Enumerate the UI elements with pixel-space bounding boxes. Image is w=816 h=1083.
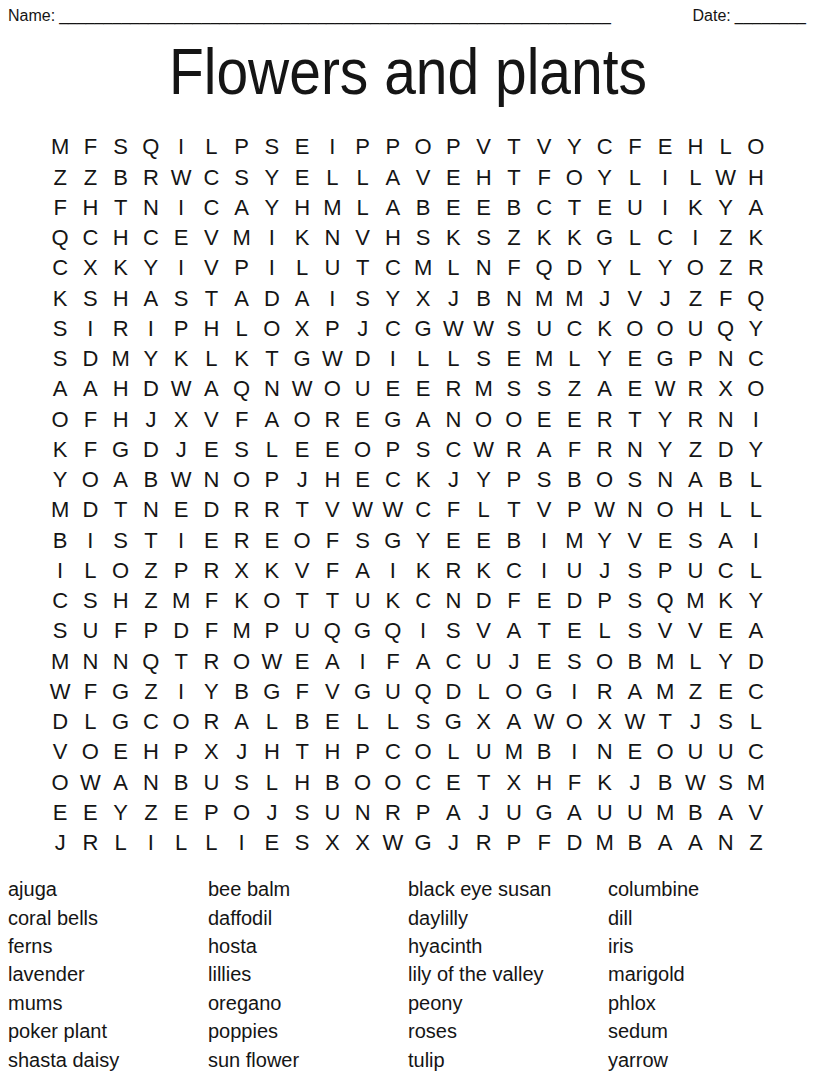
grid-cell[interactable]: Q bbox=[711, 314, 741, 344]
grid-cell[interactable]: Q bbox=[136, 646, 166, 676]
grid-cell[interactable]: O bbox=[227, 798, 257, 828]
grid-cell[interactable]: E bbox=[317, 707, 347, 737]
grid-cell[interactable]: E bbox=[438, 193, 468, 223]
grid-cell[interactable]: D bbox=[559, 253, 589, 283]
grid-cell[interactable]: O bbox=[75, 737, 105, 767]
grid-cell[interactable]: O bbox=[106, 556, 136, 586]
grid-cell[interactable]: Z bbox=[680, 677, 710, 707]
grid-cell[interactable]: I bbox=[378, 344, 408, 374]
grid-cell[interactable]: A bbox=[499, 616, 529, 646]
grid-cell[interactable]: G bbox=[408, 828, 438, 858]
grid-cell[interactable]: L bbox=[469, 495, 499, 525]
grid-cell[interactable]: C bbox=[196, 193, 226, 223]
grid-cell[interactable]: D bbox=[196, 495, 226, 525]
grid-cell[interactable]: K bbox=[287, 223, 317, 253]
grid-cell[interactable]: S bbox=[620, 465, 650, 495]
grid-cell[interactable]: A bbox=[227, 193, 257, 223]
grid-cell[interactable]: V bbox=[650, 616, 680, 646]
grid-cell[interactable]: U bbox=[196, 767, 226, 797]
grid-cell[interactable]: K bbox=[559, 223, 589, 253]
grid-cell[interactable]: O bbox=[741, 132, 771, 162]
grid-cell[interactable]: K bbox=[227, 586, 257, 616]
grid-cell[interactable]: L bbox=[257, 707, 287, 737]
grid-cell[interactable]: Z bbox=[680, 435, 710, 465]
grid-cell[interactable]: K bbox=[741, 223, 771, 253]
grid-cell[interactable]: O bbox=[590, 646, 620, 676]
grid-cell[interactable]: U bbox=[378, 677, 408, 707]
grid-cell[interactable]: R bbox=[257, 495, 287, 525]
grid-cell[interactable]: Y bbox=[711, 646, 741, 676]
grid-cell[interactable]: Y bbox=[257, 193, 287, 223]
grid-cell[interactable]: V bbox=[680, 616, 710, 646]
grid-cell[interactable]: N bbox=[136, 193, 166, 223]
grid-cell[interactable]: J bbox=[680, 707, 710, 737]
grid-cell[interactable]: A bbox=[711, 525, 741, 555]
grid-cell[interactable]: B bbox=[287, 707, 317, 737]
grid-cell[interactable]: A bbox=[590, 374, 620, 404]
grid-cell[interactable]: Z bbox=[499, 223, 529, 253]
grid-cell[interactable]: H bbox=[529, 767, 559, 797]
grid-cell[interactable]: E bbox=[559, 404, 589, 434]
grid-cell[interactable]: X bbox=[469, 707, 499, 737]
grid-cell[interactable]: B bbox=[650, 767, 680, 797]
grid-cell[interactable]: N bbox=[590, 737, 620, 767]
grid-cell[interactable]: O bbox=[166, 707, 196, 737]
grid-cell[interactable]: V bbox=[45, 737, 75, 767]
grid-cell[interactable]: G bbox=[378, 404, 408, 434]
grid-cell[interactable]: E bbox=[166, 798, 196, 828]
grid-cell[interactable]: E bbox=[287, 435, 317, 465]
grid-cell[interactable]: F bbox=[559, 435, 589, 465]
grid-cell[interactable]: X bbox=[227, 556, 257, 586]
grid-cell[interactable]: Z bbox=[75, 162, 105, 192]
grid-cell[interactable]: W bbox=[650, 374, 680, 404]
grid-cell[interactable]: P bbox=[499, 828, 529, 858]
grid-cell[interactable]: P bbox=[680, 344, 710, 374]
grid-cell[interactable]: L bbox=[257, 767, 287, 797]
grid-cell[interactable]: A bbox=[378, 162, 408, 192]
grid-cell[interactable]: W bbox=[529, 707, 559, 737]
grid-cell[interactable]: A bbox=[378, 193, 408, 223]
grid-cell[interactable]: H bbox=[196, 314, 226, 344]
grid-cell[interactable]: I bbox=[559, 737, 589, 767]
grid-cell[interactable]: P bbox=[650, 556, 680, 586]
grid-cell[interactable]: U bbox=[469, 646, 499, 676]
grid-cell[interactable]: A bbox=[741, 193, 771, 223]
grid-cell[interactable]: E bbox=[620, 737, 650, 767]
grid-cell[interactable]: F bbox=[620, 132, 650, 162]
grid-cell[interactable]: U bbox=[348, 374, 378, 404]
grid-cell[interactable]: P bbox=[590, 586, 620, 616]
grid-cell[interactable]: S bbox=[257, 132, 287, 162]
grid-cell[interactable]: A bbox=[227, 707, 257, 737]
grid-cell[interactable]: T bbox=[529, 616, 559, 646]
grid-cell[interactable]: A bbox=[227, 283, 257, 313]
grid-cell[interactable]: D bbox=[438, 677, 468, 707]
grid-cell[interactable]: C bbox=[408, 586, 438, 616]
grid-cell[interactable]: A bbox=[106, 465, 136, 495]
grid-cell[interactable]: B bbox=[620, 828, 650, 858]
grid-cell[interactable]: O bbox=[408, 737, 438, 767]
grid-cell[interactable]: S bbox=[469, 223, 499, 253]
grid-cell[interactable]: U bbox=[287, 616, 317, 646]
grid-cell[interactable]: F bbox=[196, 586, 226, 616]
grid-cell[interactable]: O bbox=[45, 767, 75, 797]
grid-cell[interactable]: F bbox=[227, 404, 257, 434]
grid-cell[interactable]: E bbox=[469, 525, 499, 555]
grid-cell[interactable]: P bbox=[227, 253, 257, 283]
grid-cell[interactable]: W bbox=[75, 767, 105, 797]
grid-cell[interactable]: O bbox=[650, 314, 680, 344]
grid-cell[interactable]: M bbox=[166, 586, 196, 616]
grid-cell[interactable]: B bbox=[711, 465, 741, 495]
grid-cell[interactable]: O bbox=[650, 737, 680, 767]
grid-cell[interactable]: N bbox=[711, 344, 741, 374]
grid-cell[interactable]: P bbox=[136, 616, 166, 646]
grid-cell[interactable]: E bbox=[529, 646, 559, 676]
grid-cell[interactable]: B bbox=[620, 646, 650, 676]
grid-cell[interactable]: P bbox=[166, 737, 196, 767]
grid-cell[interactable]: H bbox=[257, 737, 287, 767]
grid-cell[interactable]: T bbox=[499, 495, 529, 525]
grid-cell[interactable]: N bbox=[650, 465, 680, 495]
grid-cell[interactable]: U bbox=[680, 556, 710, 586]
grid-cell[interactable]: O bbox=[680, 253, 710, 283]
grid-cell[interactable]: M bbox=[45, 646, 75, 676]
grid-cell[interactable]: C bbox=[378, 465, 408, 495]
grid-cell[interactable]: X bbox=[196, 737, 226, 767]
grid-cell[interactable]: P bbox=[317, 314, 347, 344]
grid-cell[interactable]: N bbox=[711, 404, 741, 434]
grid-cell[interactable]: W bbox=[166, 162, 196, 192]
grid-cell[interactable]: O bbox=[620, 314, 650, 344]
grid-cell[interactable]: L bbox=[75, 556, 105, 586]
grid-cell[interactable]: J bbox=[438, 283, 468, 313]
grid-cell[interactable]: P bbox=[378, 132, 408, 162]
grid-cell[interactable]: Y bbox=[590, 162, 620, 192]
grid-cell[interactable]: M bbox=[227, 616, 257, 646]
grid-cell[interactable]: B bbox=[499, 193, 529, 223]
grid-cell[interactable]: O bbox=[559, 162, 589, 192]
grid-cell[interactable]: T bbox=[196, 283, 226, 313]
grid-cell[interactable]: W bbox=[317, 344, 347, 374]
grid-cell[interactable]: C bbox=[45, 586, 75, 616]
grid-cell[interactable]: N bbox=[620, 435, 650, 465]
grid-cell[interactable]: I bbox=[136, 828, 166, 858]
grid-cell[interactable]: H bbox=[106, 586, 136, 616]
grid-cell[interactable]: X bbox=[166, 404, 196, 434]
grid-cell[interactable]: N bbox=[196, 465, 226, 495]
grid-cell[interactable]: E bbox=[438, 162, 468, 192]
grid-cell[interactable]: K bbox=[45, 283, 75, 313]
grid-cell[interactable]: A bbox=[75, 374, 105, 404]
grid-cell[interactable]: R bbox=[499, 435, 529, 465]
grid-cell[interactable]: Q bbox=[529, 253, 559, 283]
grid-cell[interactable]: O bbox=[45, 404, 75, 434]
grid-cell[interactable]: J bbox=[45, 828, 75, 858]
grid-cell[interactable]: L bbox=[196, 132, 226, 162]
grid-cell[interactable]: H bbox=[317, 465, 347, 495]
grid-cell[interactable]: M bbox=[499, 737, 529, 767]
grid-cell[interactable]: S bbox=[348, 525, 378, 555]
grid-cell[interactable]: U bbox=[499, 798, 529, 828]
grid-cell[interactable]: N bbox=[106, 646, 136, 676]
grid-cell[interactable]: Y bbox=[650, 404, 680, 434]
grid-cell[interactable]: J bbox=[438, 465, 468, 495]
grid-cell[interactable]: Z bbox=[711, 253, 741, 283]
grid-cell[interactable]: C bbox=[650, 223, 680, 253]
grid-cell[interactable]: L bbox=[348, 193, 378, 223]
grid-cell[interactable]: L bbox=[287, 253, 317, 283]
grid-cell[interactable]: E bbox=[529, 586, 559, 616]
grid-cell[interactable]: E bbox=[408, 374, 438, 404]
grid-cell[interactable]: J bbox=[620, 767, 650, 797]
grid-cell[interactable]: B bbox=[45, 525, 75, 555]
grid-cell[interactable]: E bbox=[590, 193, 620, 223]
grid-cell[interactable]: E bbox=[348, 465, 378, 495]
grid-cell[interactable]: M bbox=[650, 646, 680, 676]
grid-cell[interactable]: J bbox=[438, 828, 468, 858]
grid-cell[interactable]: I bbox=[348, 646, 378, 676]
grid-cell[interactable]: Q bbox=[378, 616, 408, 646]
grid-cell[interactable]: J bbox=[590, 283, 620, 313]
grid-cell[interactable]: H bbox=[741, 162, 771, 192]
grid-cell[interactable]: M bbox=[590, 828, 620, 858]
grid-cell[interactable]: E bbox=[287, 132, 317, 162]
grid-cell[interactable]: O bbox=[257, 586, 287, 616]
grid-cell[interactable]: K bbox=[166, 344, 196, 374]
grid-cell[interactable]: C bbox=[45, 253, 75, 283]
grid-cell[interactable]: Q bbox=[227, 374, 257, 404]
grid-cell[interactable]: D bbox=[136, 374, 166, 404]
grid-cell[interactable]: L bbox=[438, 253, 468, 283]
grid-cell[interactable]: E bbox=[166, 495, 196, 525]
grid-cell[interactable]: H bbox=[287, 767, 317, 797]
grid-cell[interactable]: E bbox=[45, 798, 75, 828]
grid-cell[interactable]: E bbox=[75, 798, 105, 828]
grid-cell[interactable]: K bbox=[590, 314, 620, 344]
grid-cell[interactable]: L bbox=[711, 132, 741, 162]
grid-cell[interactable]: L bbox=[378, 707, 408, 737]
grid-cell[interactable]: S bbox=[469, 344, 499, 374]
grid-cell[interactable]: F bbox=[75, 132, 105, 162]
grid-cell[interactable]: N bbox=[499, 283, 529, 313]
grid-cell[interactable]: D bbox=[136, 435, 166, 465]
grid-cell[interactable]: L bbox=[469, 677, 499, 707]
grid-cell[interactable]: J bbox=[499, 646, 529, 676]
grid-cell[interactable]: Z bbox=[136, 556, 166, 586]
grid-cell[interactable]: I bbox=[166, 677, 196, 707]
grid-cell[interactable]: A bbox=[529, 435, 559, 465]
grid-cell[interactable]: G bbox=[529, 677, 559, 707]
grid-cell[interactable]: F bbox=[317, 556, 347, 586]
grid-cell[interactable]: K bbox=[590, 767, 620, 797]
grid-cell[interactable]: E bbox=[317, 435, 347, 465]
grid-cell[interactable]: E bbox=[438, 767, 468, 797]
grid-cell[interactable]: V bbox=[287, 556, 317, 586]
grid-cell[interactable]: B bbox=[317, 767, 347, 797]
grid-cell[interactable]: M bbox=[106, 344, 136, 374]
grid-cell[interactable]: W bbox=[620, 707, 650, 737]
grid-cell[interactable]: N bbox=[75, 646, 105, 676]
grid-cell[interactable]: F bbox=[75, 435, 105, 465]
grid-cell[interactable]: V bbox=[408, 162, 438, 192]
grid-cell[interactable]: I bbox=[680, 223, 710, 253]
grid-cell[interactable]: G bbox=[257, 677, 287, 707]
grid-cell[interactable]: I bbox=[257, 223, 287, 253]
grid-cell[interactable]: D bbox=[348, 344, 378, 374]
grid-cell[interactable]: H bbox=[287, 193, 317, 223]
grid-cell[interactable]: Z bbox=[741, 828, 771, 858]
grid-cell[interactable]: W bbox=[166, 465, 196, 495]
grid-cell[interactable]: N bbox=[438, 586, 468, 616]
grid-cell[interactable]: U bbox=[75, 616, 105, 646]
grid-cell[interactable]: J bbox=[650, 283, 680, 313]
grid-cell[interactable]: M bbox=[408, 253, 438, 283]
grid-cell[interactable]: O bbox=[378, 767, 408, 797]
grid-cell[interactable]: N bbox=[257, 374, 287, 404]
grid-cell[interactable]: S bbox=[499, 314, 529, 344]
grid-cell[interactable]: J bbox=[166, 435, 196, 465]
grid-cell[interactable]: O bbox=[257, 314, 287, 344]
grid-cell[interactable]: E bbox=[257, 828, 287, 858]
grid-cell[interactable]: T bbox=[287, 495, 317, 525]
grid-cell[interactable]: F bbox=[196, 616, 226, 646]
grid-cell[interactable]: J bbox=[136, 404, 166, 434]
grid-cell[interactable]: Y bbox=[136, 344, 166, 374]
grid-cell[interactable]: Y bbox=[590, 253, 620, 283]
grid-cell[interactable]: A bbox=[559, 798, 589, 828]
grid-cell[interactable]: L bbox=[620, 253, 650, 283]
grid-cell[interactable]: H bbox=[317, 737, 347, 767]
grid-cell[interactable]: E bbox=[287, 162, 317, 192]
grid-cell[interactable]: L bbox=[348, 707, 378, 737]
grid-cell[interactable]: C bbox=[408, 495, 438, 525]
grid-cell[interactable]: I bbox=[257, 253, 287, 283]
grid-cell[interactable]: L bbox=[196, 344, 226, 374]
grid-cell[interactable]: P bbox=[438, 132, 468, 162]
grid-cell[interactable]: L bbox=[620, 223, 650, 253]
grid-cell[interactable]: T bbox=[317, 586, 347, 616]
grid-cell[interactable]: R bbox=[227, 495, 257, 525]
grid-cell[interactable]: J bbox=[348, 314, 378, 344]
grid-cell[interactable]: K bbox=[408, 465, 438, 495]
grid-cell[interactable]: O bbox=[227, 646, 257, 676]
grid-cell[interactable]: Y bbox=[590, 344, 620, 374]
grid-cell[interactable]: S bbox=[75, 283, 105, 313]
grid-cell[interactable]: U bbox=[620, 798, 650, 828]
grid-cell[interactable]: L bbox=[590, 616, 620, 646]
grid-cell[interactable]: N bbox=[317, 223, 347, 253]
grid-cell[interactable]: M bbox=[680, 586, 710, 616]
grid-cell[interactable]: P bbox=[408, 798, 438, 828]
grid-cell[interactable]: X bbox=[711, 374, 741, 404]
grid-cell[interactable]: R bbox=[590, 677, 620, 707]
grid-cell[interactable]: S bbox=[408, 223, 438, 253]
grid-cell[interactable]: Z bbox=[680, 283, 710, 313]
grid-cell[interactable]: L bbox=[438, 344, 468, 374]
grid-cell[interactable]: I bbox=[529, 525, 559, 555]
grid-cell[interactable]: K bbox=[45, 435, 75, 465]
grid-cell[interactable]: C bbox=[711, 556, 741, 586]
grid-cell[interactable]: E bbox=[348, 404, 378, 434]
grid-cell[interactable]: P bbox=[166, 556, 196, 586]
grid-cell[interactable]: K bbox=[680, 193, 710, 223]
grid-cell[interactable]: L bbox=[620, 162, 650, 192]
grid-cell[interactable]: O bbox=[348, 435, 378, 465]
grid-cell[interactable]: V bbox=[620, 525, 650, 555]
grid-cell[interactable]: C bbox=[499, 556, 529, 586]
grid-cell[interactable]: W bbox=[45, 677, 75, 707]
grid-cell[interactable]: S bbox=[45, 616, 75, 646]
grid-cell[interactable]: C bbox=[438, 646, 468, 676]
grid-cell[interactable]: J bbox=[287, 465, 317, 495]
grid-cell[interactable]: I bbox=[45, 556, 75, 586]
grid-cell[interactable]: F bbox=[711, 283, 741, 313]
grid-cell[interactable]: O bbox=[317, 374, 347, 404]
grid-cell[interactable]: B bbox=[469, 283, 499, 313]
grid-cell[interactable]: J bbox=[469, 798, 499, 828]
grid-cell[interactable]: L bbox=[438, 737, 468, 767]
grid-cell[interactable]: O bbox=[499, 677, 529, 707]
grid-cell[interactable]: N bbox=[620, 495, 650, 525]
grid-cell[interactable]: A bbox=[741, 616, 771, 646]
grid-cell[interactable]: Q bbox=[136, 132, 166, 162]
grid-cell[interactable]: F bbox=[499, 253, 529, 283]
grid-cell[interactable]: D bbox=[741, 646, 771, 676]
grid-cell[interactable]: M bbox=[559, 525, 589, 555]
grid-cell[interactable]: B bbox=[559, 465, 589, 495]
grid-cell[interactable]: Y bbox=[196, 677, 226, 707]
grid-cell[interactable]: L bbox=[348, 162, 378, 192]
grid-cell[interactable]: B bbox=[499, 525, 529, 555]
grid-cell[interactable]: T bbox=[499, 132, 529, 162]
grid-cell[interactable]: S bbox=[287, 798, 317, 828]
grid-cell[interactable]: O bbox=[408, 132, 438, 162]
grid-cell[interactable]: L bbox=[741, 465, 771, 495]
grid-cell[interactable]: O bbox=[348, 767, 378, 797]
grid-cell[interactable]: N bbox=[348, 798, 378, 828]
grid-cell[interactable]: A bbox=[438, 798, 468, 828]
grid-cell[interactable]: L bbox=[741, 495, 771, 525]
grid-cell[interactable]: H bbox=[680, 495, 710, 525]
grid-cell[interactable]: T bbox=[650, 707, 680, 737]
grid-cell[interactable]: S bbox=[227, 435, 257, 465]
grid-cell[interactable]: O bbox=[469, 404, 499, 434]
grid-cell[interactable]: K bbox=[438, 223, 468, 253]
grid-cell[interactable]: X bbox=[408, 283, 438, 313]
grid-cell[interactable]: Y bbox=[106, 798, 136, 828]
grid-cell[interactable]: E bbox=[378, 374, 408, 404]
grid-cell[interactable]: C bbox=[741, 677, 771, 707]
grid-cell[interactable]: H bbox=[378, 223, 408, 253]
grid-cell[interactable]: E bbox=[196, 525, 226, 555]
grid-cell[interactable]: A bbox=[499, 707, 529, 737]
grid-cell[interactable]: N bbox=[711, 828, 741, 858]
grid-cell[interactable]: S bbox=[499, 374, 529, 404]
grid-cell[interactable]: O bbox=[650, 495, 680, 525]
grid-cell[interactable]: I bbox=[317, 283, 347, 313]
grid-cell[interactable]: I bbox=[408, 616, 438, 646]
grid-cell[interactable]: A bbox=[408, 404, 438, 434]
grid-cell[interactable]: Y bbox=[650, 435, 680, 465]
grid-cell[interactable]: Z bbox=[559, 374, 589, 404]
grid-cell[interactable]: Y bbox=[45, 465, 75, 495]
grid-cell[interactable]: I bbox=[741, 525, 771, 555]
grid-cell[interactable]: X bbox=[499, 767, 529, 797]
grid-cell[interactable]: M bbox=[650, 677, 680, 707]
grid-cell[interactable]: Y bbox=[741, 586, 771, 616]
